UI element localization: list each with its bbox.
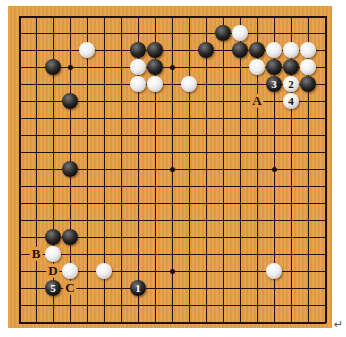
grid-line-horizontal <box>19 220 326 221</box>
white-stone[interactable] <box>62 263 78 279</box>
black-stone[interactable] <box>300 76 316 92</box>
star-point <box>170 167 175 172</box>
white-stone[interactable] <box>249 59 265 75</box>
black-stone[interactable] <box>147 59 163 75</box>
black-stone-move-3[interactable]: 3 <box>266 76 282 92</box>
black-stone[interactable] <box>198 42 214 58</box>
black-stone[interactable] <box>45 59 61 75</box>
go-board[interactable]: 32451 ABCD <box>8 6 332 328</box>
grid-line-horizontal <box>19 254 326 255</box>
white-stone[interactable] <box>147 76 163 92</box>
letter-mark-B: B <box>30 247 43 261</box>
grid-line-horizontal <box>19 203 326 204</box>
black-stone[interactable] <box>266 59 282 75</box>
white-stone[interactable] <box>45 246 61 262</box>
black-stone[interactable] <box>215 25 231 41</box>
black-stone[interactable] <box>45 229 61 245</box>
black-stone[interactable] <box>232 42 248 58</box>
white-stone[interactable] <box>300 59 316 75</box>
letter-mark-D: D <box>46 264 59 278</box>
white-stone[interactable] <box>232 25 248 41</box>
white-stone[interactable] <box>96 263 112 279</box>
black-stone[interactable] <box>62 229 78 245</box>
white-stone-move-2[interactable]: 2 <box>283 76 299 92</box>
grid-line-vertical <box>325 16 327 323</box>
black-stone[interactable] <box>130 42 146 58</box>
letter-mark-A: A <box>250 94 263 108</box>
star-point <box>170 65 175 70</box>
black-stone[interactable] <box>283 59 299 75</box>
grid-line-vertical <box>189 16 190 323</box>
star-point <box>272 167 277 172</box>
grid-line-vertical <box>240 16 241 323</box>
white-stone[interactable] <box>181 76 197 92</box>
white-stone[interactable] <box>266 42 282 58</box>
white-stone[interactable] <box>130 76 146 92</box>
white-stone[interactable] <box>300 42 316 58</box>
white-stone[interactable] <box>283 42 299 58</box>
grid-line-vertical <box>206 16 207 323</box>
white-stone[interactable] <box>266 263 282 279</box>
grid-line-horizontal <box>19 322 326 324</box>
black-stone-move-1[interactable]: 1 <box>130 280 146 296</box>
grid-line-vertical <box>223 16 224 323</box>
black-stone[interactable] <box>62 161 78 177</box>
star-point <box>170 269 175 274</box>
black-stone[interactable] <box>62 93 78 109</box>
grid-line-horizontal <box>19 186 326 187</box>
grid-line-horizontal <box>19 305 326 306</box>
letter-mark-C: C <box>63 281 76 295</box>
black-stone[interactable] <box>147 42 163 58</box>
black-stone-move-5[interactable]: 5 <box>45 280 61 296</box>
star-point <box>68 65 73 70</box>
black-stone[interactable] <box>249 42 265 58</box>
white-stone-move-4[interactable]: 4 <box>283 93 299 109</box>
return-mark: ↵ <box>334 318 343 331</box>
white-stone[interactable] <box>130 59 146 75</box>
white-stone[interactable] <box>79 42 95 58</box>
